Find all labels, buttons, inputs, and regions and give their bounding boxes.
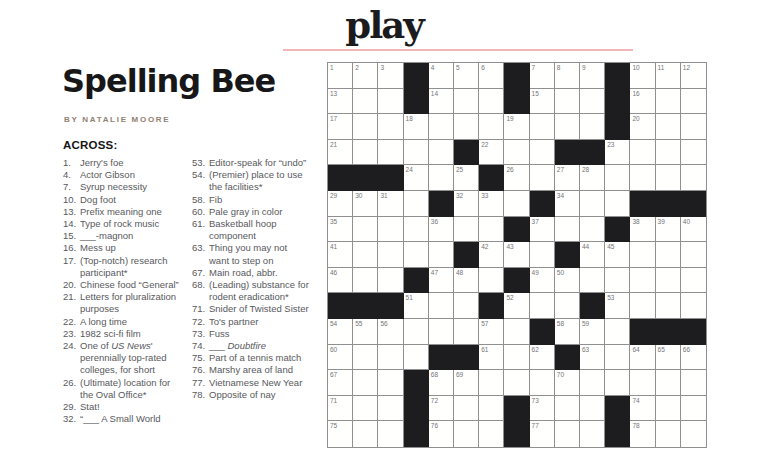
clue-text: Marshy area of land xyxy=(209,364,309,376)
black-square xyxy=(504,217,529,243)
grid-cell-r9c9[interactable]: 49 xyxy=(530,268,555,294)
across-clue: 67.Main road, abbr. xyxy=(192,267,319,279)
across-clue: 32.“___ A Small World xyxy=(63,413,190,425)
cell-number: 62 xyxy=(532,346,539,353)
across-clue: 61.Basketball hoop component xyxy=(192,218,319,242)
black-square xyxy=(555,345,580,371)
grid-cell-r2c11[interactable] xyxy=(580,89,605,115)
cell-number: 16 xyxy=(632,90,639,97)
clue-number: 14. xyxy=(63,218,80,230)
cell-number: 13 xyxy=(330,90,337,97)
black-square xyxy=(504,89,529,115)
clue-number: 63. xyxy=(192,242,209,266)
clue-number: 74. xyxy=(192,340,209,352)
grid-cell-r8c1[interactable]: 41 xyxy=(328,242,353,268)
grid-cell-r10c13[interactable] xyxy=(630,293,655,319)
cell-number: 17 xyxy=(330,115,337,122)
cell-number: 21 xyxy=(330,141,337,148)
black-square xyxy=(404,421,429,447)
across-clue: 74.___ Doubtfire xyxy=(192,340,319,352)
grid-cell-r14c11[interactable] xyxy=(580,396,605,422)
grid-cell-r5c8[interactable]: 26 xyxy=(504,165,529,191)
cell-number: 74 xyxy=(632,397,639,404)
grid-cell-r1c6[interactable]: 5 xyxy=(454,63,479,89)
grid-cell-r14c10[interactable] xyxy=(555,396,580,422)
cell-number: 5 xyxy=(456,64,460,71)
clue-text: (Leading) substance for rodent eradicati… xyxy=(209,279,309,303)
grid-cell-r13c13[interactable] xyxy=(630,370,655,396)
grid-cell-r9c12[interactable] xyxy=(605,268,630,294)
grid-cell-r14c7[interactable] xyxy=(479,396,504,422)
cell-number: 48 xyxy=(456,269,463,276)
grid-cell-r7c11[interactable] xyxy=(580,217,605,243)
grid-cell-r4c13[interactable] xyxy=(630,140,655,166)
grid-cell-r13c5[interactable]: 68 xyxy=(429,370,454,396)
cell-number: 10 xyxy=(632,64,639,71)
cell-number: 6 xyxy=(481,64,485,71)
clue-text: (Premier) place to use the facilities* xyxy=(209,169,309,193)
grid-cell-r10c10[interactable] xyxy=(555,293,580,319)
grid-cell-r13c6[interactable]: 69 xyxy=(454,370,479,396)
across-clue: 14.Type of rock music xyxy=(63,218,190,230)
grid-cell-r4c4[interactable] xyxy=(404,140,429,166)
grid-cell-r7c14[interactable]: 39 xyxy=(656,217,681,243)
grid-cell-r12c3[interactable] xyxy=(378,345,403,371)
black-square xyxy=(605,396,630,422)
grid-cell-r1c3[interactable]: 3 xyxy=(378,63,403,89)
black-square xyxy=(429,191,454,217)
grid-cell-r7c13[interactable]: 38 xyxy=(630,217,655,243)
grid-cell-r3c1[interactable]: 17 xyxy=(328,114,353,140)
grid-cell-r9c6[interactable]: 48 xyxy=(454,268,479,294)
grid-cell-r10c9[interactable] xyxy=(530,293,555,319)
grid-cell-r2c10[interactable] xyxy=(555,89,580,115)
cell-number: 64 xyxy=(632,346,639,353)
grid-cell-r14c15[interactable] xyxy=(681,396,706,422)
grid-cell-r15c15[interactable] xyxy=(681,421,706,447)
grid-cell-r12c12[interactable] xyxy=(605,345,630,371)
cell-number: 57 xyxy=(481,320,488,327)
grid-cell-r5c10[interactable]: 27 xyxy=(555,165,580,191)
grid-cell-r3c5[interactable] xyxy=(429,114,454,140)
grid-cell-r4c14[interactable] xyxy=(656,140,681,166)
black-square xyxy=(681,191,706,217)
cell-number: 42 xyxy=(481,243,488,250)
cell-number: 71 xyxy=(330,397,337,404)
grid-cell-r11c1[interactable]: 54 xyxy=(328,319,353,345)
grid-cell-r3c9[interactable] xyxy=(530,114,555,140)
magazine-page: play Spelling Bee BY NATALIE MOORE ACROS… xyxy=(0,0,768,461)
across-clues-column-2: 53.Editor-speak for “undo”54.(Premier) p… xyxy=(192,157,319,401)
clue-text: Snider of Twisted Sister xyxy=(209,303,309,315)
clue-text: Actor Gibson xyxy=(80,169,180,181)
black-square xyxy=(454,140,479,166)
cell-number: 33 xyxy=(481,192,488,199)
grid-cell-r8c11[interactable]: 44 xyxy=(580,242,605,268)
grid-cell-r13c1[interactable]: 67 xyxy=(328,370,353,396)
grid-cell-r8c8[interactable]: 43 xyxy=(504,242,529,268)
cell-number: 67 xyxy=(330,371,337,378)
grid-cell-r7c9[interactable]: 37 xyxy=(530,217,555,243)
grid-cell-r5c6[interactable]: 25 xyxy=(454,165,479,191)
grid-cell-r15c13[interactable]: 78 xyxy=(630,421,655,447)
grid-cell-r7c3[interactable] xyxy=(378,217,403,243)
grid-cell-r4c1[interactable]: 21 xyxy=(328,140,353,166)
black-square xyxy=(404,396,429,422)
grid-cell-r13c8[interactable] xyxy=(504,370,529,396)
clue-number: 67. xyxy=(192,267,209,279)
grid-cell-r3c14[interactable] xyxy=(656,114,681,140)
grid-cell-r12c9[interactable]: 62 xyxy=(530,345,555,371)
grid-cell-r8c15[interactable] xyxy=(681,242,706,268)
grid-cell-r5c13[interactable] xyxy=(630,165,655,191)
cell-number: 36 xyxy=(431,218,438,225)
clue-text: “___ A Small World xyxy=(80,413,180,425)
black-square xyxy=(530,191,555,217)
grid-cell-r4c5[interactable] xyxy=(429,140,454,166)
grid-cell-r11c4[interactable] xyxy=(404,319,429,345)
clue-text: Stat! xyxy=(80,401,180,413)
cell-number: 29 xyxy=(330,192,337,199)
grid-cell-r1c11[interactable]: 9 xyxy=(580,63,605,89)
grid-cell-r8c7[interactable]: 42 xyxy=(479,242,504,268)
grid-cell-r7c10[interactable] xyxy=(555,217,580,243)
grid-cell-r5c4[interactable]: 24 xyxy=(404,165,429,191)
grid-cell-r9c11[interactable] xyxy=(580,268,605,294)
black-square xyxy=(630,319,655,345)
grid-cell-r3c8[interactable]: 19 xyxy=(504,114,529,140)
grid-cell-r3c4[interactable]: 18 xyxy=(404,114,429,140)
clue-text: Basketball hoop component xyxy=(209,218,309,242)
grid-cell-r13c9[interactable] xyxy=(530,370,555,396)
black-square xyxy=(328,293,353,319)
clue-number: 53. xyxy=(192,157,209,169)
grid-cell-r14c1[interactable]: 71 xyxy=(328,396,353,422)
black-square xyxy=(378,293,403,319)
crossword-grid[interactable]: 1234567891011121314151617181920212223242… xyxy=(327,62,707,448)
grid-cell-r15c1[interactable]: 75 xyxy=(328,421,353,447)
grid-cell-r5c12[interactable] xyxy=(605,165,630,191)
clue-number: 72. xyxy=(192,316,209,328)
cell-number: 20 xyxy=(632,115,639,122)
grid-cell-r9c1[interactable]: 46 xyxy=(328,268,353,294)
across-clue: 23.1982 sci-fi film xyxy=(63,328,190,340)
grid-cell-r2c14[interactable] xyxy=(656,89,681,115)
grid-cell-r4c8[interactable] xyxy=(504,140,529,166)
clue-number: 61. xyxy=(192,218,209,242)
clue-number: 17. xyxy=(63,255,80,279)
grid-cell-r2c2[interactable] xyxy=(353,89,378,115)
grid-cell-r15c3[interactable] xyxy=(378,421,403,447)
grid-cell-r15c14[interactable] xyxy=(656,421,681,447)
grid-cell-r13c11[interactable] xyxy=(580,370,605,396)
grid-cell-r15c5[interactable]: 76 xyxy=(429,421,454,447)
grid-cell-r12c13[interactable]: 64 xyxy=(630,345,655,371)
across-clue: 53.Editor-speak for “undo” xyxy=(192,157,319,169)
grid-cell-r2c7[interactable] xyxy=(479,89,504,115)
grid-cell-r6c4[interactable] xyxy=(404,191,429,217)
grid-cell-r3c2[interactable] xyxy=(353,114,378,140)
grid-cell-r5c5[interactable] xyxy=(429,165,454,191)
grid-cell-r6c10[interactable]: 34 xyxy=(555,191,580,217)
cell-number: 70 xyxy=(557,371,564,378)
grid-cell-r7c1[interactable]: 35 xyxy=(328,217,353,243)
grid-cell-r14c14[interactable] xyxy=(656,396,681,422)
grid-cell-r11c3[interactable]: 56 xyxy=(378,319,403,345)
grid-cell-r4c2[interactable] xyxy=(353,140,378,166)
grid-cell-r10c15[interactable] xyxy=(681,293,706,319)
grid-cell-r12c1[interactable]: 60 xyxy=(328,345,353,371)
grid-cell-r12c4[interactable] xyxy=(404,345,429,371)
grid-cell-r1c7[interactable]: 6 xyxy=(479,63,504,89)
grid-cell-r1c10[interactable]: 8 xyxy=(555,63,580,89)
across-clue: 71.Snider of Twisted Sister xyxy=(192,303,319,315)
grid-cell-r10c12[interactable]: 53 xyxy=(605,293,630,319)
grid-cell-r3c3[interactable] xyxy=(378,114,403,140)
grid-cell-r11c6[interactable] xyxy=(454,319,479,345)
black-square xyxy=(479,293,504,319)
grid-cell-r15c7[interactable] xyxy=(479,421,504,447)
accent-rule xyxy=(283,49,633,51)
clue-number: 22. xyxy=(63,316,80,328)
grid-cell-r14c3[interactable] xyxy=(378,396,403,422)
clue-text: Type of rock music xyxy=(80,218,180,230)
cell-number: 15 xyxy=(532,90,539,97)
black-square xyxy=(555,242,580,268)
across-clue: 7.Syrup necessity xyxy=(63,181,190,193)
clue-text: Fib xyxy=(209,194,309,206)
grid-cell-r11c2[interactable]: 55 xyxy=(353,319,378,345)
grid-cell-r11c12[interactable] xyxy=(605,319,630,345)
grid-cell-r7c5[interactable]: 36 xyxy=(429,217,454,243)
grid-cell-r7c2[interactable] xyxy=(353,217,378,243)
grid-cell-r8c3[interactable] xyxy=(378,242,403,268)
grid-cell-r11c10[interactable]: 58 xyxy=(555,319,580,345)
clue-text: Jerry's foe xyxy=(80,157,180,169)
cell-number: 4 xyxy=(431,64,435,71)
black-square xyxy=(404,63,429,89)
grid-cell-r11c11[interactable]: 59 xyxy=(580,319,605,345)
grid-cell-r10c4[interactable]: 51 xyxy=(404,293,429,319)
across-heading: ACROSS: xyxy=(63,139,117,151)
black-square xyxy=(454,345,479,371)
black-square xyxy=(605,421,630,447)
grid-cell-r8c5[interactable] xyxy=(429,242,454,268)
black-square xyxy=(580,293,605,319)
grid-cell-r12c15[interactable]: 66 xyxy=(681,345,706,371)
grid-cell-r10c8[interactable]: 52 xyxy=(504,293,529,319)
grid-cell-r2c5[interactable]: 14 xyxy=(429,89,454,115)
clue-number: 15. xyxy=(63,230,80,242)
grid-cell-r1c5[interactable]: 4 xyxy=(429,63,454,89)
grid-cell-r13c3[interactable] xyxy=(378,370,403,396)
grid-cell-r14c9[interactable]: 73 xyxy=(530,396,555,422)
grid-cell-r2c13[interactable]: 16 xyxy=(630,89,655,115)
grid-cell-r12c11[interactable]: 63 xyxy=(580,345,605,371)
clue-number: 75. xyxy=(192,352,209,364)
grid-cell-r15c6[interactable] xyxy=(454,421,479,447)
grid-cell-r9c13[interactable] xyxy=(630,268,655,294)
black-square xyxy=(630,191,655,217)
grid-cell-r8c13[interactable] xyxy=(630,242,655,268)
grid-cell-r2c6[interactable] xyxy=(454,89,479,115)
clue-text: Thing you may not want to step on xyxy=(209,242,309,266)
cell-number: 11 xyxy=(658,64,665,71)
clue-number: 73. xyxy=(192,328,209,340)
black-square xyxy=(479,165,504,191)
clue-number: 13. xyxy=(63,206,80,218)
grid-cell-r12c14[interactable]: 65 xyxy=(656,345,681,371)
cell-number: 47 xyxy=(431,269,438,276)
puzzle-title: Spelling Bee xyxy=(62,64,275,99)
grid-cell-r1c13[interactable]: 10 xyxy=(630,63,655,89)
across-clues-column-1: 1.Jerry's foe4.Actor Gibson7.Syrup neces… xyxy=(63,157,190,425)
grid-cell-r3c13[interactable]: 20 xyxy=(630,114,655,140)
across-clue: 16.Mess up xyxy=(63,242,190,254)
grid-cell-r5c14[interactable] xyxy=(656,165,681,191)
grid-cell-r4c7[interactable]: 22 xyxy=(479,140,504,166)
grid-cell-r11c8[interactable] xyxy=(504,319,529,345)
clue-number: 71. xyxy=(192,303,209,315)
grid-cell-r1c14[interactable]: 11 xyxy=(656,63,681,89)
cell-number: 35 xyxy=(330,218,337,225)
grid-cell-r6c11[interactable] xyxy=(580,191,605,217)
grid-cell-r5c15[interactable] xyxy=(681,165,706,191)
grid-cell-r6c8[interactable] xyxy=(504,191,529,217)
grid-cell-r10c6[interactable] xyxy=(454,293,479,319)
grid-cell-r9c14[interactable] xyxy=(656,268,681,294)
grid-cell-r14c5[interactable]: 72 xyxy=(429,396,454,422)
grid-cell-r7c7[interactable] xyxy=(479,217,504,243)
black-square xyxy=(605,114,630,140)
grid-cell-r12c8[interactable] xyxy=(504,345,529,371)
cell-number: 26 xyxy=(506,166,513,173)
grid-cell-r8c2[interactable] xyxy=(353,242,378,268)
grid-cell-r13c15[interactable] xyxy=(681,370,706,396)
grid-cell-r3c7[interactable] xyxy=(479,114,504,140)
grid-cell-r8c4[interactable] xyxy=(404,242,429,268)
grid-cell-r12c2[interactable] xyxy=(353,345,378,371)
clue-number: 26. xyxy=(63,377,80,401)
across-clue: 4.Actor Gibson xyxy=(63,169,190,181)
grid-cell-r6c3[interactable]: 31 xyxy=(378,191,403,217)
cell-number: 51 xyxy=(406,294,413,301)
clue-text: Opposite of nay xyxy=(209,389,309,401)
grid-cell-r3c11[interactable] xyxy=(580,114,605,140)
grid-cell-r9c10[interactable]: 50 xyxy=(555,268,580,294)
grid-cell-r1c15[interactable]: 12 xyxy=(681,63,706,89)
grid-cell-r5c9[interactable] xyxy=(530,165,555,191)
grid-cell-r15c9[interactable]: 77 xyxy=(530,421,555,447)
across-clue: 21.Letters for pluralization purposes xyxy=(63,291,190,315)
grid-cell-r14c6[interactable] xyxy=(454,396,479,422)
grid-cell-r9c15[interactable] xyxy=(681,268,706,294)
grid-cell-r9c5[interactable]: 47 xyxy=(429,268,454,294)
grid-cell-r1c1[interactable]: 1 xyxy=(328,63,353,89)
grid-cell-r8c9[interactable] xyxy=(530,242,555,268)
grid-cell-r1c9[interactable]: 7 xyxy=(530,63,555,89)
grid-cell-r4c12[interactable]: 23 xyxy=(605,140,630,166)
grid-cell-r11c5[interactable] xyxy=(429,319,454,345)
grid-cell-r8c14[interactable] xyxy=(656,242,681,268)
cell-number: 66 xyxy=(683,346,690,353)
grid-cell-r13c2[interactable] xyxy=(353,370,378,396)
cell-number: 45 xyxy=(607,243,614,250)
grid-cell-r7c15[interactable]: 40 xyxy=(681,217,706,243)
cell-number: 28 xyxy=(582,166,589,173)
grid-cell-r7c4[interactable] xyxy=(404,217,429,243)
black-square xyxy=(580,140,605,166)
grid-cell-r9c3[interactable] xyxy=(378,268,403,294)
grid-cell-r13c14[interactable] xyxy=(656,370,681,396)
cell-number: 78 xyxy=(632,422,639,429)
black-square xyxy=(504,268,529,294)
grid-cell-r2c3[interactable] xyxy=(378,89,403,115)
cell-number: 65 xyxy=(658,346,665,353)
grid-cell-r4c15[interactable] xyxy=(681,140,706,166)
across-clue: 1.Jerry's foe xyxy=(63,157,190,169)
byline: BY NATALIE MOORE xyxy=(64,115,170,124)
grid-cell-r8c12[interactable]: 45 xyxy=(605,242,630,268)
grid-cell-r15c11[interactable] xyxy=(580,421,605,447)
grid-cell-r13c12[interactable] xyxy=(605,370,630,396)
cell-number: 77 xyxy=(532,422,539,429)
cell-number: 39 xyxy=(658,218,665,225)
grid-cell-r14c2[interactable] xyxy=(353,396,378,422)
grid-cell-r10c14[interactable] xyxy=(656,293,681,319)
grid-cell-r12c7[interactable]: 61 xyxy=(479,345,504,371)
grid-cell-r6c2[interactable]: 30 xyxy=(353,191,378,217)
grid-cell-r6c6[interactable]: 32 xyxy=(454,191,479,217)
grid-cell-r13c10[interactable]: 70 xyxy=(555,370,580,396)
clue-text: Pale gray in color xyxy=(209,206,309,218)
grid-cell-r3c15[interactable] xyxy=(681,114,706,140)
clue-number: 10. xyxy=(63,194,80,206)
grid-cell-r2c15[interactable] xyxy=(681,89,706,115)
cell-number: 41 xyxy=(330,243,337,250)
grid-cell-r10c5[interactable] xyxy=(429,293,454,319)
grid-cell-r15c10[interactable] xyxy=(555,421,580,447)
across-clue: 15.___-magnon xyxy=(63,230,190,242)
grid-cell-r2c9[interactable]: 15 xyxy=(530,89,555,115)
grid-cell-r9c2[interactable] xyxy=(353,268,378,294)
cell-number: 30 xyxy=(355,192,362,199)
grid-cell-r6c1[interactable]: 29 xyxy=(328,191,353,217)
grid-cell-r3c6[interactable] xyxy=(454,114,479,140)
grid-cell-r9c7[interactable] xyxy=(479,268,504,294)
cell-number: 1 xyxy=(330,64,334,71)
grid-cell-r5c11[interactable]: 28 xyxy=(580,165,605,191)
grid-cell-r14c13[interactable]: 74 xyxy=(630,396,655,422)
cell-number: 18 xyxy=(406,115,413,122)
cell-number: 37 xyxy=(532,218,539,225)
grid-cell-r4c3[interactable] xyxy=(378,140,403,166)
grid-cell-r11c7[interactable]: 57 xyxy=(479,319,504,345)
grid-cell-r3c10[interactable] xyxy=(555,114,580,140)
grid-cell-r6c12[interactable] xyxy=(605,191,630,217)
black-square xyxy=(328,165,353,191)
across-clue: 68.(Leading) substance for rodent eradic… xyxy=(192,279,319,303)
grid-cell-r6c7[interactable]: 33 xyxy=(479,191,504,217)
grid-cell-r4c9[interactable] xyxy=(530,140,555,166)
grid-cell-r13c7[interactable] xyxy=(479,370,504,396)
grid-cell-r1c2[interactable]: 2 xyxy=(353,63,378,89)
grid-cell-r2c1[interactable]: 13 xyxy=(328,89,353,115)
clue-text: ___-magnon xyxy=(80,230,180,242)
cell-number: 2 xyxy=(355,64,359,71)
grid-cell-r7c6[interactable] xyxy=(454,217,479,243)
grid-cell-r15c2[interactable] xyxy=(353,421,378,447)
